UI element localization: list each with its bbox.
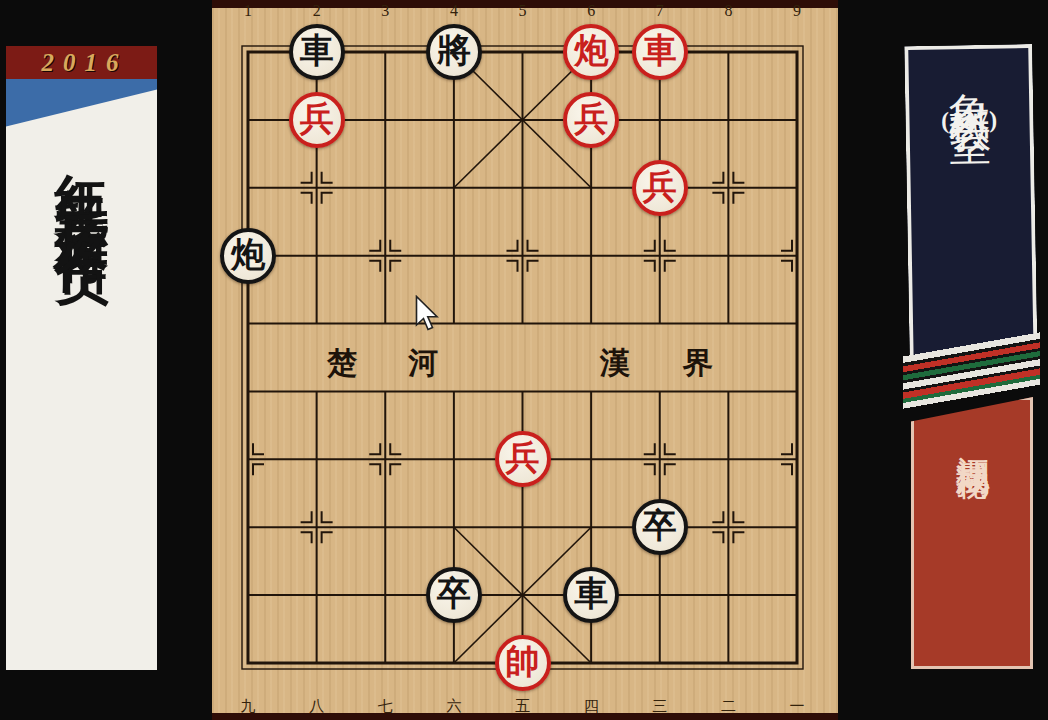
board-bottom-edge: [212, 713, 838, 720]
subtitle-card: 江湖残局揭秘: [911, 397, 1033, 669]
right-banner: 象棋教室 (137) 江湖残局揭秘: [903, 45, 1040, 673]
piece-red-soldier[interactable]: 兵: [563, 92, 619, 148]
series-title-card: 象棋教室 (137): [904, 44, 1038, 368]
file-label-bottom-8: 二: [715, 699, 741, 714]
piece-glyph: 卒: [437, 577, 471, 611]
mouse-cursor-icon: [415, 295, 441, 333]
file-label-bottom-5: 五: [510, 699, 536, 714]
piece-glyph: 兵: [574, 102, 608, 136]
left-banner: 2016 红先黑后长将作负: [6, 46, 157, 670]
piece-glyph: 卒: [643, 509, 677, 543]
file-label-top-5: 5: [510, 3, 536, 19]
piece-black-cannon[interactable]: 炮: [220, 228, 276, 284]
piece-red-chariot[interactable]: 車: [632, 24, 688, 80]
file-label-top-2: 2: [304, 3, 330, 19]
piece-black-general[interactable]: 將: [426, 24, 482, 80]
piece-red-general[interactable]: 帥: [495, 635, 551, 691]
piece-glyph: 車: [300, 34, 334, 68]
piece-red-soldier[interactable]: 兵: [495, 431, 551, 487]
piece-glyph: 車: [574, 577, 608, 611]
banner-white-wedge: [6, 79, 157, 137]
file-label-bottom-4: 六: [441, 699, 467, 714]
banner-blue-band: [6, 79, 157, 137]
subtitle-text: 江湖残局揭秘: [954, 430, 991, 666]
file-label-top-4: 4: [441, 3, 467, 19]
piece-glyph: 車: [643, 34, 677, 68]
file-label-bottom-6: 四: [578, 699, 604, 714]
file-label-top-7: 7: [647, 3, 673, 19]
piece-glyph: 兵: [506, 441, 540, 475]
video-frame: 楚 河 漢 界 123456789九八七六五四三二一車將炮車兵兵兵炮兵卒卒車帥 …: [0, 0, 1048, 720]
river-text-he: 河: [405, 343, 441, 384]
river-text-han: 漢: [597, 343, 633, 384]
file-label-top-3: 3: [372, 3, 398, 19]
piece-red-soldier[interactable]: 兵: [632, 160, 688, 216]
piece-glyph: 將: [437, 34, 471, 68]
file-label-bottom-1: 九: [235, 699, 261, 714]
file-label-top-9: 9: [784, 3, 810, 19]
file-label-bottom-7: 三: [647, 699, 673, 714]
piece-black-chariot[interactable]: 車: [563, 567, 619, 623]
piece-red-soldier[interactable]: 兵: [289, 92, 345, 148]
file-label-bottom-9: 一: [784, 699, 810, 714]
piece-glyph: 帥: [506, 645, 540, 679]
episode-number: (137): [941, 107, 998, 135]
piece-black-soldier[interactable]: 卒: [426, 567, 482, 623]
file-label-top-1: 1: [235, 3, 261, 19]
file-label-bottom-2: 八: [304, 699, 330, 714]
xiangqi-board[interactable]: 楚 河 漢 界 123456789九八七六五四三二一車將炮車兵兵兵炮兵卒卒車帥: [212, 0, 838, 720]
slogan-area: 红先黑后长将作负: [6, 137, 157, 670]
piece-glyph: 兵: [643, 170, 677, 204]
piece-glyph: 炮: [231, 238, 265, 272]
piece-red-cannon[interactable]: 炮: [563, 24, 619, 80]
file-label-top-6: 6: [578, 3, 604, 19]
rule-slogan-text: 红先黑后长将作负: [55, 131, 109, 670]
year-strip: 2016: [6, 46, 157, 79]
piece-glyph: 炮: [574, 34, 608, 68]
river-text-chu: 楚: [324, 343, 360, 384]
file-label-top-8: 8: [715, 3, 741, 19]
piece-black-chariot[interactable]: 車: [289, 24, 345, 80]
file-label-bottom-3: 七: [372, 699, 398, 714]
piece-black-soldier[interactable]: 卒: [632, 499, 688, 555]
river-text-jie: 界: [680, 343, 716, 384]
series-title-text: 象棋教室: [947, 59, 990, 100]
piece-glyph: 兵: [300, 102, 334, 136]
